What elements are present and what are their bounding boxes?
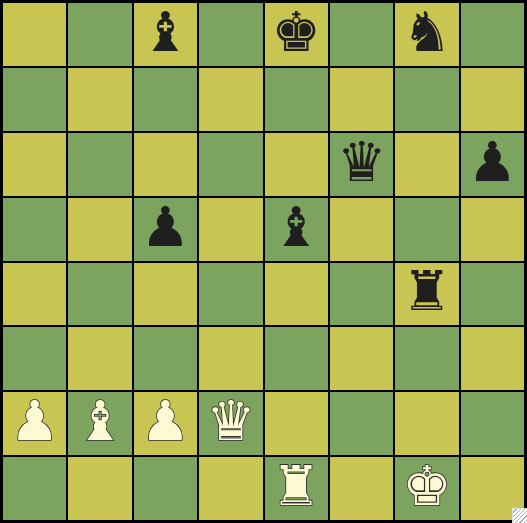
- square-e1[interactable]: ♜: [265, 457, 328, 520]
- square-b5[interactable]: [68, 198, 131, 261]
- square-e5[interactable]: ♝: [265, 198, 328, 261]
- square-h5[interactable]: [461, 198, 524, 261]
- square-f7[interactable]: [330, 68, 393, 131]
- square-f2[interactable]: [330, 392, 393, 455]
- square-a2[interactable]: ♟: [3, 392, 66, 455]
- square-d5[interactable]: [199, 198, 262, 261]
- square-g5[interactable]: [395, 198, 458, 261]
- square-d4[interactable]: [199, 263, 262, 326]
- square-b2[interactable]: ♝: [68, 392, 131, 455]
- piece-black-pawn[interactable]: ♟: [141, 200, 190, 255]
- square-g6[interactable]: [395, 133, 458, 196]
- square-d6[interactable]: [199, 133, 262, 196]
- piece-white-bishop[interactable]: ♝: [75, 394, 124, 449]
- square-g4[interactable]: ♜: [395, 263, 458, 326]
- piece-black-knight[interactable]: ♞: [402, 5, 451, 60]
- piece-white-pawn[interactable]: ♟: [141, 394, 190, 449]
- square-h6[interactable]: ♟: [461, 133, 524, 196]
- square-c7[interactable]: [134, 68, 197, 131]
- square-f4[interactable]: [330, 263, 393, 326]
- piece-white-rook[interactable]: ♜: [272, 459, 321, 514]
- square-c6[interactable]: [134, 133, 197, 196]
- square-b4[interactable]: [68, 263, 131, 326]
- square-h2[interactable]: [461, 392, 524, 455]
- piece-white-pawn[interactable]: ♟: [10, 394, 59, 449]
- square-c5[interactable]: ♟: [134, 198, 197, 261]
- square-d1[interactable]: [199, 457, 262, 520]
- resize-grip-icon[interactable]: [512, 508, 527, 523]
- square-e8[interactable]: ♚: [265, 3, 328, 66]
- piece-white-king[interactable]: ♚: [402, 459, 451, 514]
- piece-black-rook[interactable]: ♜: [402, 264, 451, 319]
- piece-black-king[interactable]: ♚: [272, 5, 321, 60]
- square-f6[interactable]: ♛: [330, 133, 393, 196]
- square-h7[interactable]: [461, 68, 524, 131]
- square-h8[interactable]: [461, 3, 524, 66]
- square-a8[interactable]: [3, 3, 66, 66]
- square-e7[interactable]: [265, 68, 328, 131]
- square-e4[interactable]: [265, 263, 328, 326]
- square-a6[interactable]: [3, 133, 66, 196]
- square-f3[interactable]: [330, 327, 393, 390]
- square-c8[interactable]: ♝: [134, 3, 197, 66]
- square-d3[interactable]: [199, 327, 262, 390]
- piece-black-queen[interactable]: ♛: [337, 135, 386, 190]
- square-b3[interactable]: [68, 327, 131, 390]
- chess-board: ♝♚♞♛♟♟♝♜♟♝♟♛♜♚: [0, 0, 527, 523]
- square-a1[interactable]: [3, 457, 66, 520]
- chess-app: ♝♚♞♛♟♟♝♜♟♝♟♛♜♚: [0, 0, 527, 523]
- square-d2[interactable]: ♛: [199, 392, 262, 455]
- square-h3[interactable]: [461, 327, 524, 390]
- square-a3[interactable]: [3, 327, 66, 390]
- piece-black-pawn[interactable]: ♟: [468, 135, 517, 190]
- square-g8[interactable]: ♞: [395, 3, 458, 66]
- square-h4[interactable]: [461, 263, 524, 326]
- piece-black-bishop[interactable]: ♝: [272, 200, 321, 255]
- square-c4[interactable]: [134, 263, 197, 326]
- square-d8[interactable]: [199, 3, 262, 66]
- piece-black-bishop[interactable]: ♝: [141, 5, 190, 60]
- square-f1[interactable]: [330, 457, 393, 520]
- square-a7[interactable]: [3, 68, 66, 131]
- square-e6[interactable]: [265, 133, 328, 196]
- square-f5[interactable]: [330, 198, 393, 261]
- square-c3[interactable]: [134, 327, 197, 390]
- square-d7[interactable]: [199, 68, 262, 131]
- square-e2[interactable]: [265, 392, 328, 455]
- square-g7[interactable]: [395, 68, 458, 131]
- square-b8[interactable]: [68, 3, 131, 66]
- square-c2[interactable]: ♟: [134, 392, 197, 455]
- piece-white-queen[interactable]: ♛: [206, 394, 255, 449]
- square-b1[interactable]: [68, 457, 131, 520]
- square-b6[interactable]: [68, 133, 131, 196]
- square-a4[interactable]: [3, 263, 66, 326]
- square-e3[interactable]: [265, 327, 328, 390]
- square-g1[interactable]: ♚: [395, 457, 458, 520]
- square-c1[interactable]: [134, 457, 197, 520]
- square-g2[interactable]: [395, 392, 458, 455]
- square-a5[interactable]: [3, 198, 66, 261]
- square-g3[interactable]: [395, 327, 458, 390]
- square-b7[interactable]: [68, 68, 131, 131]
- square-f8[interactable]: [330, 3, 393, 66]
